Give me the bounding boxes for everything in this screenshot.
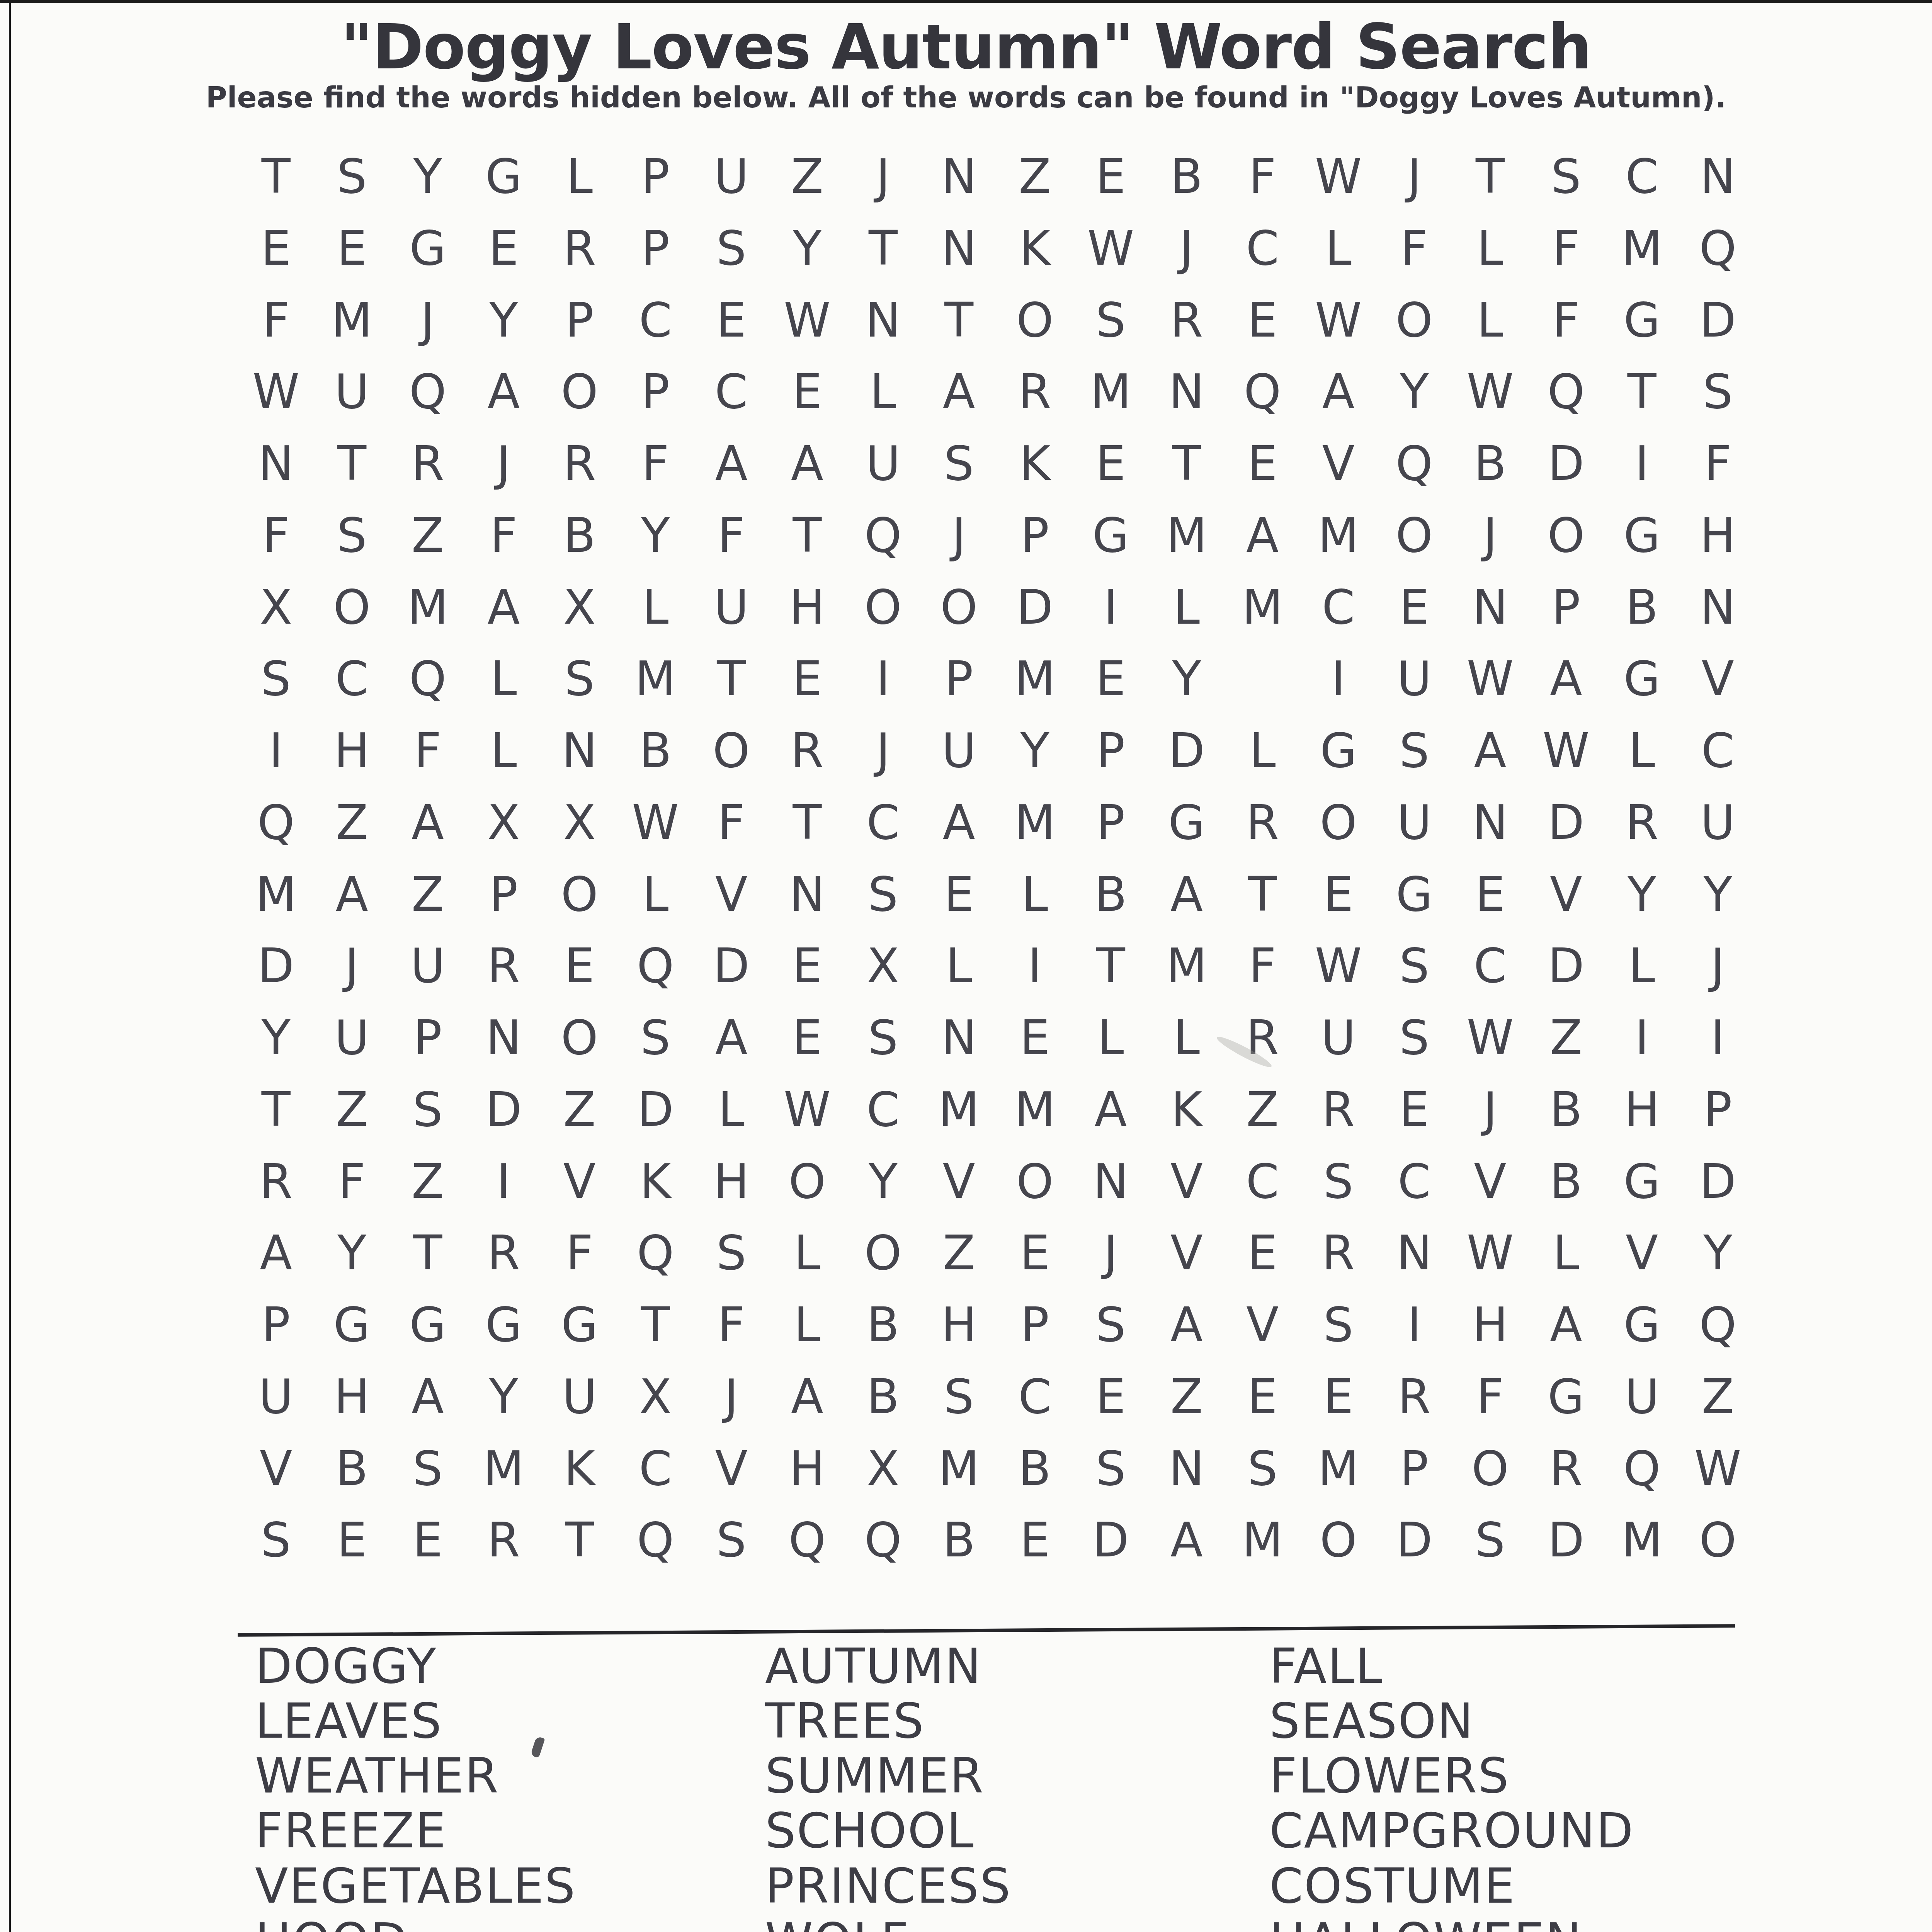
grid-cell[interactable]: B <box>1528 1074 1604 1146</box>
grid-cell[interactable]: R <box>238 1146 314 1218</box>
grid-cell[interactable]: W <box>1452 643 1528 715</box>
grid-cell[interactable]: U <box>1300 1002 1376 1074</box>
grid-cell[interactable]: I <box>845 643 921 715</box>
grid-cell[interactable]: W <box>769 1074 845 1146</box>
grid-cell[interactable]: T <box>845 213 921 284</box>
grid-cell[interactable]: C <box>1452 930 1528 1002</box>
grid-cell[interactable]: N <box>921 1002 997 1074</box>
grid-cell[interactable]: M <box>1300 500 1376 571</box>
grid-cell[interactable]: E <box>693 284 769 356</box>
grid-cell[interactable]: S <box>1073 1289 1148 1361</box>
word-list-item[interactable]: SEASON <box>1269 1693 1634 1748</box>
grid-cell[interactable]: A <box>1149 1505 1225 1577</box>
grid-cell[interactable]: J <box>921 500 997 571</box>
grid-cell[interactable]: B <box>1073 859 1148 930</box>
grid-cell[interactable]: F <box>542 1218 617 1289</box>
grid-cell[interactable]: N <box>542 715 617 787</box>
grid-cell[interactable]: X <box>542 571 617 643</box>
grid-cell[interactable]: Y <box>1680 1218 1755 1289</box>
grid-cell[interactable]: P <box>617 213 693 284</box>
grid-cell[interactable]: T <box>1452 141 1528 213</box>
grid-cell[interactable]: M <box>921 1074 997 1146</box>
grid-cell[interactable]: H <box>314 1361 389 1433</box>
grid-cell[interactable]: J <box>1149 213 1225 284</box>
grid-cell[interactable]: E <box>1225 284 1300 356</box>
grid-cell[interactable]: F <box>238 500 314 571</box>
grid-cell[interactable]: Y <box>617 500 693 571</box>
grid-cell[interactable]: S <box>693 213 769 284</box>
grid-cell[interactable]: B <box>845 1361 921 1433</box>
grid-cell[interactable]: A <box>921 356 997 428</box>
grid-cell[interactable]: D <box>1149 715 1225 787</box>
grid-cell[interactable]: R <box>542 428 617 500</box>
grid-cell[interactable]: T <box>769 787 845 859</box>
grid-cell[interactable]: C <box>845 1074 921 1146</box>
grid-cell[interactable]: P <box>1680 1074 1755 1146</box>
grid-cell[interactable]: W <box>1300 141 1376 213</box>
grid-cell[interactable]: G <box>1376 859 1452 930</box>
word-list-item[interactable]: CAMPGROUND <box>1269 1803 1634 1858</box>
word-list-item[interactable]: SUMMER <box>765 1748 1012 1803</box>
grid-cell[interactable]: T <box>314 428 389 500</box>
grid-cell[interactable]: G <box>466 1289 541 1361</box>
grid-cell[interactable]: L <box>1300 213 1376 284</box>
grid-cell[interactable]: B <box>542 500 617 571</box>
grid-cell[interactable]: G <box>1604 643 1680 715</box>
grid-cell[interactable]: G <box>390 213 466 284</box>
grid-cell[interactable]: F <box>238 284 314 356</box>
grid-cell[interactable]: N <box>1376 1218 1452 1289</box>
grid-cell[interactable]: T <box>1225 859 1300 930</box>
grid-cell[interactable]: F <box>466 500 541 571</box>
grid-cell[interactable]: Q <box>1376 428 1452 500</box>
grid-cell[interactable]: R <box>542 213 617 284</box>
grid-cell[interactable]: O <box>997 284 1073 356</box>
grid-cell[interactable]: I <box>1376 1289 1452 1361</box>
grid-cell[interactable]: V <box>1680 643 1755 715</box>
grid-cell[interactable]: D <box>466 1074 541 1146</box>
grid-cell[interactable]: U <box>1376 643 1452 715</box>
grid-cell[interactable]: U <box>238 1361 314 1433</box>
grid-cell[interactable]: R <box>1149 284 1225 356</box>
grid-cell[interactable]: S <box>1680 356 1755 428</box>
grid-cell[interactable]: S <box>238 1505 314 1577</box>
grid-cell[interactable]: E <box>769 930 845 1002</box>
grid-cell[interactable]: S <box>1376 1002 1452 1074</box>
grid-cell[interactable]: Y <box>769 213 845 284</box>
grid-cell[interactable]: T <box>693 643 769 715</box>
grid-cell[interactable]: S <box>845 1002 921 1074</box>
grid-cell[interactable]: V <box>1149 1218 1225 1289</box>
grid-cell[interactable]: S <box>238 643 314 715</box>
grid-cell[interactable]: A <box>1528 643 1604 715</box>
grid-cell[interactable]: Z <box>542 1074 617 1146</box>
grid-cell[interactable]: D <box>238 930 314 1002</box>
grid-cell[interactable]: H <box>769 571 845 643</box>
grid-cell[interactable]: M <box>1149 930 1225 1002</box>
grid-cell[interactable]: L <box>1452 284 1528 356</box>
grid-cell[interactable]: L <box>1452 213 1528 284</box>
grid-cell[interactable]: K <box>542 1433 617 1505</box>
grid-cell[interactable]: F <box>314 1146 389 1218</box>
grid-cell[interactable]: U <box>390 930 466 1002</box>
grid-cell[interactable]: Y <box>997 715 1073 787</box>
grid-cell[interactable]: A <box>769 1361 845 1433</box>
grid-cell[interactable]: O <box>1376 284 1452 356</box>
grid-cell[interactable]: U <box>314 1002 389 1074</box>
grid-cell[interactable]: N <box>921 213 997 284</box>
grid-cell[interactable]: E <box>769 643 845 715</box>
grid-cell[interactable]: M <box>1149 500 1225 571</box>
grid-cell[interactable]: O <box>542 1002 617 1074</box>
grid-cell[interactable]: U <box>693 571 769 643</box>
grid-cell[interactable]: O <box>769 1146 845 1218</box>
grid-cell[interactable]: X <box>542 787 617 859</box>
grid-cell[interactable]: O <box>693 715 769 787</box>
grid-cell[interactable]: P <box>921 643 997 715</box>
grid-cell[interactable]: R <box>466 1505 541 1577</box>
grid-cell[interactable]: L <box>1149 571 1225 643</box>
grid-cell[interactable]: W <box>1300 930 1376 1002</box>
grid-cell[interactable]: W <box>1452 1218 1528 1289</box>
grid-cell[interactable]: R <box>1300 1218 1376 1289</box>
grid-cell[interactable]: Q <box>1604 1433 1680 1505</box>
grid-cell[interactable]: F <box>1452 1361 1528 1433</box>
grid-cell[interactable]: E <box>1225 428 1300 500</box>
grid-cell[interactable]: R <box>1300 1074 1376 1146</box>
grid-cell[interactable]: L <box>617 859 693 930</box>
grid-cell[interactable]: E <box>1300 859 1376 930</box>
grid-cell[interactable]: H <box>1680 500 1755 571</box>
grid-cell[interactable]: T <box>1149 428 1225 500</box>
grid-cell[interactable]: A <box>238 1218 314 1289</box>
grid-cell[interactable]: J <box>693 1361 769 1433</box>
grid-cell[interactable]: A <box>1225 500 1300 571</box>
grid-cell[interactable]: E <box>1225 1361 1300 1433</box>
grid-cell[interactable]: M <box>1225 1505 1300 1577</box>
grid-cell[interactable]: A <box>769 428 845 500</box>
grid-cell[interactable]: B <box>921 1505 997 1577</box>
grid-cell[interactable]: J <box>466 428 541 500</box>
grid-cell[interactable]: J <box>314 930 389 1002</box>
grid-cell[interactable]: V <box>1149 1146 1225 1218</box>
grid-cell[interactable]: Q <box>617 1218 693 1289</box>
grid-cell[interactable]: T <box>617 1289 693 1361</box>
grid-cell[interactable]: U <box>693 141 769 213</box>
grid-cell[interactable]: X <box>845 930 921 1002</box>
grid-cell[interactable]: B <box>997 1433 1073 1505</box>
grid-cell[interactable]: D <box>1528 787 1604 859</box>
grid-cell[interactable]: C <box>1300 571 1376 643</box>
grid-cell[interactable]: N <box>1149 1433 1225 1505</box>
grid-cell[interactable]: E <box>997 1002 1073 1074</box>
grid-cell[interactable]: Z <box>1225 1074 1300 1146</box>
grid-cell[interactable]: S <box>1073 1433 1148 1505</box>
grid-cell[interactable]: O <box>1300 787 1376 859</box>
grid-cell[interactable]: O <box>845 1218 921 1289</box>
grid-cell[interactable]: O <box>542 356 617 428</box>
grid-cell[interactable]: Z <box>1680 1361 1755 1433</box>
word-list-item[interactable]: AUTUMN <box>765 1638 1012 1693</box>
grid-cell[interactable]: Q <box>769 1505 845 1577</box>
grid-cell[interactable]: A <box>693 428 769 500</box>
grid-cell[interactable]: S <box>390 1074 466 1146</box>
grid-cell[interactable]: R <box>769 715 845 787</box>
grid-cell[interactable]: G <box>1149 787 1225 859</box>
grid-cell[interactable]: L <box>769 1218 845 1289</box>
grid-cell[interactable]: S <box>617 1002 693 1074</box>
grid-cell[interactable]: S <box>314 500 389 571</box>
grid-cell[interactable]: W <box>769 284 845 356</box>
grid-cell[interactable]: S <box>1300 1146 1376 1218</box>
grid-cell[interactable]: B <box>1604 571 1680 643</box>
grid-cell[interactable]: O <box>1376 500 1452 571</box>
grid-cell[interactable]: S <box>1452 1505 1528 1577</box>
grid-cell[interactable]: Z <box>314 1074 389 1146</box>
grid-cell[interactable]: V <box>1604 1218 1680 1289</box>
grid-cell[interactable]: I <box>1073 571 1148 643</box>
grid-cell[interactable]: M <box>314 284 389 356</box>
grid-cell[interactable]: A <box>1300 356 1376 428</box>
grid-cell[interactable]: G <box>1528 1361 1604 1433</box>
grid-cell[interactable]: W <box>1452 356 1528 428</box>
grid-cell[interactable]: L <box>921 930 997 1002</box>
grid-cell[interactable]: L <box>466 715 541 787</box>
grid-cell[interactable]: P <box>617 141 693 213</box>
grid-cell[interactable]: T <box>238 141 314 213</box>
grid-cell[interactable]: I <box>466 1146 541 1218</box>
grid-cell[interactable]: H <box>921 1289 997 1361</box>
grid-cell[interactable]: P <box>466 859 541 930</box>
grid-cell[interactable]: A <box>693 1002 769 1074</box>
grid-cell[interactable]: G <box>1604 1289 1680 1361</box>
grid-cell[interactable]: L <box>1604 715 1680 787</box>
grid-cell[interactable]: Z <box>390 500 466 571</box>
grid-cell[interactable]: N <box>1149 356 1225 428</box>
grid-cell[interactable]: U <box>1604 1361 1680 1433</box>
grid-cell[interactable]: B <box>314 1433 389 1505</box>
grid-cell[interactable] <box>1225 643 1300 715</box>
grid-cell[interactable]: V <box>1300 428 1376 500</box>
grid-cell[interactable]: R <box>1376 1361 1452 1433</box>
grid-cell[interactable]: G <box>1604 500 1680 571</box>
grid-cell[interactable]: Y <box>1376 356 1452 428</box>
grid-cell[interactable]: A <box>921 787 997 859</box>
grid-cell[interactable]: Z <box>1149 1361 1225 1433</box>
grid-cell[interactable]: E <box>1376 571 1452 643</box>
word-list-item[interactable]: WOLF <box>765 1913 1012 1932</box>
grid-cell[interactable]: Z <box>390 859 466 930</box>
grid-cell[interactable]: E <box>1073 141 1148 213</box>
grid-cell[interactable]: S <box>1225 1433 1300 1505</box>
grid-cell[interactable]: M <box>1300 1433 1376 1505</box>
grid-cell[interactable]: T <box>238 1074 314 1146</box>
grid-cell[interactable]: G <box>390 1289 466 1361</box>
grid-cell[interactable]: C <box>1225 1146 1300 1218</box>
grid-cell[interactable]: O <box>921 571 997 643</box>
grid-cell[interactable]: Q <box>617 930 693 1002</box>
grid-cell[interactable]: T <box>542 1505 617 1577</box>
grid-cell[interactable]: G <box>314 1289 389 1361</box>
grid-cell[interactable]: N <box>1073 1146 1148 1218</box>
grid-cell[interactable]: J <box>845 715 921 787</box>
grid-cell[interactable]: W <box>1300 284 1376 356</box>
grid-cell[interactable]: Q <box>390 356 466 428</box>
grid-cell[interactable]: U <box>1680 787 1755 859</box>
grid-cell[interactable]: D <box>617 1074 693 1146</box>
grid-cell[interactable]: Y <box>238 1002 314 1074</box>
grid-cell[interactable]: E <box>997 1505 1073 1577</box>
grid-cell[interactable]: V <box>1225 1289 1300 1361</box>
grid-cell[interactable]: D <box>1680 1146 1755 1218</box>
grid-cell[interactable]: E <box>238 213 314 284</box>
grid-cell[interactable]: I <box>1604 428 1680 500</box>
grid-cell[interactable]: A <box>1452 715 1528 787</box>
grid-cell[interactable]: R <box>1528 1433 1604 1505</box>
grid-cell[interactable]: P <box>390 1002 466 1074</box>
grid-cell[interactable]: F <box>693 787 769 859</box>
grid-cell[interactable]: V <box>238 1433 314 1505</box>
grid-cell[interactable]: Q <box>617 1505 693 1577</box>
grid-cell[interactable]: S <box>921 428 997 500</box>
grid-cell[interactable]: F <box>1680 428 1755 500</box>
grid-cell[interactable]: Q <box>845 500 921 571</box>
grid-cell[interactable]: M <box>390 571 466 643</box>
word-list-item[interactable]: PRINCESS <box>765 1858 1012 1913</box>
word-list-item[interactable]: HOOD <box>255 1913 576 1932</box>
grid-cell[interactable]: U <box>1376 787 1452 859</box>
grid-cell[interactable]: J <box>845 141 921 213</box>
grid-cell[interactable]: X <box>238 571 314 643</box>
grid-cell[interactable]: V <box>542 1146 617 1218</box>
grid-cell[interactable]: L <box>617 571 693 643</box>
grid-cell[interactable]: M <box>1225 571 1300 643</box>
grid-cell[interactable]: K <box>1149 1074 1225 1146</box>
grid-cell[interactable]: F <box>1528 213 1604 284</box>
grid-cell[interactable]: I <box>1680 1002 1755 1074</box>
grid-cell[interactable]: D <box>1680 284 1755 356</box>
grid-cell[interactable]: X <box>617 1361 693 1433</box>
grid-cell[interactable]: I <box>1604 1002 1680 1074</box>
grid-cell[interactable]: A <box>466 356 541 428</box>
grid-cell[interactable]: A <box>1528 1289 1604 1361</box>
grid-cell[interactable]: M <box>1604 1505 1680 1577</box>
grid-cell[interactable]: Q <box>1680 1289 1755 1361</box>
grid-cell[interactable]: S <box>390 1433 466 1505</box>
grid-cell[interactable]: N <box>921 141 997 213</box>
grid-cell[interactable]: J <box>1452 500 1528 571</box>
grid-cell[interactable]: M <box>466 1433 541 1505</box>
grid-cell[interactable]: L <box>693 1074 769 1146</box>
grid-cell[interactable]: S <box>693 1218 769 1289</box>
grid-cell[interactable]: W <box>238 356 314 428</box>
grid-cell[interactable]: D <box>693 930 769 1002</box>
grid-cell[interactable]: N <box>1452 787 1528 859</box>
grid-cell[interactable]: A <box>314 859 389 930</box>
grid-cell[interactable]: D <box>1528 428 1604 500</box>
grid-cell[interactable]: J <box>1452 1074 1528 1146</box>
word-list-item[interactable]: FREEZE <box>255 1803 576 1858</box>
grid-cell[interactable]: E <box>1376 1074 1452 1146</box>
grid-cell[interactable]: H <box>314 715 389 787</box>
grid-cell[interactable]: C <box>617 1433 693 1505</box>
grid-cell[interactable]: M <box>921 1433 997 1505</box>
grid-cell[interactable]: S <box>1376 930 1452 1002</box>
grid-cell[interactable]: I <box>238 715 314 787</box>
grid-cell[interactable]: C <box>617 284 693 356</box>
grid-cell[interactable]: F <box>693 500 769 571</box>
grid-cell[interactable]: L <box>466 643 541 715</box>
grid-cell[interactable]: F <box>1376 213 1452 284</box>
grid-cell[interactable]: O <box>1300 1505 1376 1577</box>
grid-cell[interactable]: J <box>1376 141 1452 213</box>
grid-cell[interactable]: Q <box>1528 356 1604 428</box>
grid-cell[interactable]: G <box>542 1289 617 1361</box>
grid-cell[interactable]: P <box>617 356 693 428</box>
grid-cell[interactable]: L <box>769 1289 845 1361</box>
grid-cell[interactable]: P <box>997 500 1073 571</box>
grid-cell[interactable]: Z <box>390 1146 466 1218</box>
grid-cell[interactable]: X <box>466 787 541 859</box>
grid-cell[interactable]: Y <box>845 1146 921 1218</box>
grid-cell[interactable]: I <box>997 930 1073 1002</box>
grid-cell[interactable]: E <box>314 1505 389 1577</box>
grid-cell[interactable]: X <box>845 1433 921 1505</box>
grid-cell[interactable]: S <box>921 1361 997 1433</box>
grid-cell[interactable]: E <box>1073 643 1148 715</box>
grid-cell[interactable]: G <box>1073 500 1148 571</box>
grid-cell[interactable]: N <box>1680 141 1755 213</box>
grid-cell[interactable]: B <box>845 1289 921 1361</box>
grid-cell[interactable]: Z <box>1528 1002 1604 1074</box>
grid-cell[interactable]: P <box>1376 1433 1452 1505</box>
grid-cell[interactable]: A <box>390 1361 466 1433</box>
grid-cell[interactable]: B <box>1528 1146 1604 1218</box>
grid-cell[interactable]: N <box>769 859 845 930</box>
grid-cell[interactable]: P <box>1073 787 1148 859</box>
grid-cell[interactable]: U <box>542 1361 617 1433</box>
grid-cell[interactable]: C <box>314 643 389 715</box>
word-list-item[interactable]: COSTUME <box>1269 1858 1634 1913</box>
grid-cell[interactable]: R <box>997 356 1073 428</box>
grid-cell[interactable]: N <box>1452 571 1528 643</box>
grid-cell[interactable]: O <box>542 859 617 930</box>
grid-cell[interactable]: P <box>997 1289 1073 1361</box>
grid-cell[interactable]: N <box>845 284 921 356</box>
grid-cell[interactable]: W <box>1452 1002 1528 1074</box>
grid-cell[interactable]: A <box>466 571 541 643</box>
grid-cell[interactable]: M <box>997 643 1073 715</box>
grid-cell[interactable]: Y <box>1680 859 1755 930</box>
grid-cell[interactable]: E <box>1225 1218 1300 1289</box>
grid-cell[interactable]: H <box>693 1146 769 1218</box>
grid-cell[interactable]: Y <box>1604 859 1680 930</box>
grid-cell[interactable]: E <box>921 859 997 930</box>
word-list-item[interactable]: LEAVES <box>255 1693 576 1748</box>
grid-cell[interactable]: V <box>693 1433 769 1505</box>
grid-cell[interactable]: C <box>693 356 769 428</box>
grid-cell[interactable]: Z <box>769 141 845 213</box>
grid-cell[interactable]: T <box>769 500 845 571</box>
grid-cell[interactable]: V <box>693 859 769 930</box>
grid-cell[interactable]: T <box>921 284 997 356</box>
grid-cell[interactable]: S <box>693 1505 769 1577</box>
grid-cell[interactable]: F <box>1225 930 1300 1002</box>
grid-cell[interactable]: N <box>466 1002 541 1074</box>
grid-cell[interactable]: T <box>1073 930 1148 1002</box>
grid-cell[interactable]: S <box>1300 1289 1376 1361</box>
grid-cell[interactable]: G <box>1604 284 1680 356</box>
